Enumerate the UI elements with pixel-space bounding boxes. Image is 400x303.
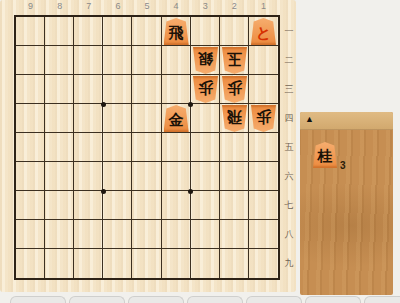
board-square[interactable] <box>191 191 220 220</box>
bottom-toolbar <box>10 296 400 303</box>
hand-piece-count: 3 <box>340 160 346 171</box>
board-grid: 飛と銀玉歩歩金飛歩 <box>14 15 280 280</box>
file-label: 3 <box>191 1 220 13</box>
board-square[interactable] <box>16 17 45 46</box>
hand-piece-glyph: 桂 <box>318 149 333 164</box>
board-square[interactable] <box>16 191 45 220</box>
hoshi-dot <box>101 102 106 107</box>
file-label: 5 <box>132 1 161 13</box>
rank-label: 七 <box>281 191 297 220</box>
board-square[interactable] <box>103 133 132 162</box>
piece-gote-silver[interactable]: 銀 <box>193 47 218 74</box>
board-square[interactable] <box>220 249 249 278</box>
shogi-widget: 987654321 飛と銀玉歩歩金飛歩 一二三四五六七八九 ▲ 桂 3 <box>0 0 400 303</box>
board-square[interactable] <box>45 46 74 75</box>
board-square[interactable] <box>249 162 278 191</box>
board-square[interactable] <box>103 17 132 46</box>
sente-marker-icon: ▲ <box>305 115 314 124</box>
board-square[interactable] <box>74 249 103 278</box>
hoshi-dot <box>188 102 193 107</box>
board-square[interactable] <box>220 17 249 46</box>
board-square[interactable] <box>162 220 191 249</box>
board-square[interactable] <box>103 191 132 220</box>
board-square[interactable] <box>191 17 220 46</box>
piece-sente-tokin[interactable]: と <box>251 18 276 45</box>
board-square[interactable] <box>132 104 161 133</box>
board-square[interactable] <box>162 46 191 75</box>
board-square[interactable] <box>16 220 45 249</box>
board-square[interactable] <box>132 17 161 46</box>
piece-gote-pawn[interactable]: 歩 <box>222 76 247 103</box>
board-square[interactable] <box>191 220 220 249</box>
board-square[interactable] <box>103 104 132 133</box>
hand-piece-knight[interactable]: 桂 <box>313 142 337 168</box>
piece-glyph: 銀 <box>198 52 213 67</box>
board-square[interactable] <box>220 191 249 220</box>
toolbar-button[interactable] <box>128 296 184 303</box>
piece-glyph: 歩 <box>198 81 213 96</box>
board-square[interactable] <box>191 162 220 191</box>
board-square[interactable] <box>132 162 161 191</box>
board-square[interactable] <box>249 249 278 278</box>
board-square[interactable] <box>16 104 45 133</box>
piece-gote-pawn[interactable]: 歩 <box>251 105 276 132</box>
rank-label: 三 <box>281 75 297 104</box>
board-square[interactable] <box>103 220 132 249</box>
board-square[interactable] <box>74 220 103 249</box>
board-square[interactable] <box>45 133 74 162</box>
board-square[interactable] <box>191 133 220 162</box>
file-label: 4 <box>162 1 191 13</box>
rank-label: 九 <box>281 249 297 278</box>
rank-labels: 一二三四五六七八九 <box>281 17 297 278</box>
board-square[interactable] <box>45 17 74 46</box>
board-square[interactable] <box>74 17 103 46</box>
file-label: 6 <box>103 1 132 13</box>
board-square[interactable] <box>162 191 191 220</box>
sente-hand-panel: ▲ 桂 3 <box>300 112 393 295</box>
file-label: 7 <box>74 1 103 13</box>
toolbar-button[interactable] <box>187 296 243 303</box>
rank-label: 二 <box>281 46 297 75</box>
piece-gote-rook[interactable]: 飛 <box>222 105 247 132</box>
board-square[interactable] <box>103 75 132 104</box>
toolbar-button[interactable] <box>364 296 400 303</box>
board-square[interactable] <box>45 220 74 249</box>
board-square[interactable] <box>220 220 249 249</box>
board-square[interactable] <box>249 191 278 220</box>
board-square[interactable] <box>74 75 103 104</box>
board-square[interactable] <box>74 191 103 220</box>
toolbar-button[interactable] <box>305 296 361 303</box>
board-square[interactable] <box>249 133 278 162</box>
piece-glyph: 金 <box>169 113 184 128</box>
board-square[interactable] <box>162 162 191 191</box>
rank-label: 八 <box>281 220 297 249</box>
board-square[interactable] <box>16 133 45 162</box>
rank-label: 六 <box>281 162 297 191</box>
board-square[interactable] <box>249 75 278 104</box>
piece-glyph: 飛 <box>227 110 242 125</box>
toolbar-button[interactable] <box>10 296 66 303</box>
board-square[interactable] <box>249 46 278 75</box>
board-square[interactable] <box>162 249 191 278</box>
board-square[interactable] <box>16 46 45 75</box>
file-label: 8 <box>45 1 74 13</box>
rank-label: 一 <box>281 17 297 46</box>
board-square[interactable] <box>220 162 249 191</box>
toolbar-button[interactable] <box>246 296 302 303</box>
board-square[interactable] <box>16 75 45 104</box>
board-square[interactable] <box>45 249 74 278</box>
piece-gote-king[interactable]: 玉 <box>222 47 247 74</box>
board-square[interactable] <box>132 249 161 278</box>
piece-glyph: 玉 <box>227 52 242 67</box>
piece-sente-rook[interactable]: 飛 <box>164 18 189 45</box>
board-square[interactable] <box>74 162 103 191</box>
file-label: 9 <box>16 1 45 13</box>
hand-panel-header: ▲ <box>300 112 393 130</box>
board-square[interactable] <box>132 133 161 162</box>
board-square[interactable] <box>103 162 132 191</box>
board-square[interactable] <box>45 104 74 133</box>
board-square[interactable] <box>45 162 74 191</box>
board-square[interactable] <box>162 133 191 162</box>
board-square[interactable] <box>191 104 220 133</box>
piece-sente-gold[interactable]: 金 <box>164 105 189 132</box>
board-square[interactable] <box>220 133 249 162</box>
file-label: 2 <box>220 1 249 13</box>
board-square[interactable] <box>74 133 103 162</box>
file-label: 1 <box>249 1 278 13</box>
board-square[interactable] <box>103 249 132 278</box>
piece-glyph: と <box>256 26 271 41</box>
board-square[interactable] <box>249 220 278 249</box>
board-square[interactable] <box>16 162 45 191</box>
board-square[interactable] <box>162 75 191 104</box>
rank-label: 五 <box>281 133 297 162</box>
board-square[interactable] <box>45 75 74 104</box>
rank-label: 四 <box>281 104 297 133</box>
board-square[interactable] <box>74 46 103 75</box>
shogi-board: 987654321 飛と銀玉歩歩金飛歩 一二三四五六七八九 <box>0 0 296 292</box>
board-square[interactable] <box>132 75 161 104</box>
board-square[interactable] <box>132 220 161 249</box>
hoshi-dot <box>188 189 193 194</box>
piece-glyph: 歩 <box>227 81 242 96</box>
piece-glyph: 歩 <box>256 110 271 125</box>
board-square[interactable] <box>45 191 74 220</box>
board-square[interactable] <box>191 249 220 278</box>
board-square[interactable] <box>132 46 161 75</box>
board-square[interactable] <box>103 46 132 75</box>
board-square[interactable] <box>16 249 45 278</box>
board-square[interactable] <box>74 104 103 133</box>
piece-gote-pawn[interactable]: 歩 <box>193 76 218 103</box>
board-square[interactable] <box>132 191 161 220</box>
file-labels: 987654321 <box>16 1 278 13</box>
piece-glyph: 飛 <box>169 26 184 41</box>
toolbar-button[interactable] <box>69 296 125 303</box>
hoshi-dot <box>101 189 106 194</box>
